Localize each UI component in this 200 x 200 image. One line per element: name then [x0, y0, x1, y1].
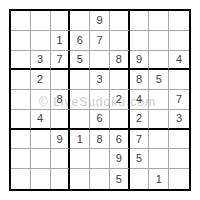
given-digit: 2	[37, 74, 43, 85]
cell-r7c5[interactable]: 8	[90, 130, 110, 150]
given-digit: 7	[176, 94, 182, 105]
cell-r9c8[interactable]: 1	[149, 169, 169, 189]
cell-r3c5[interactable]	[90, 51, 110, 71]
cell-r6c9[interactable]: 3	[169, 110, 189, 130]
cell-r4c1[interactable]	[11, 70, 31, 90]
given-digit: 7	[56, 54, 62, 65]
cell-r8c5[interactable]	[90, 149, 110, 169]
given-digit: 7	[136, 134, 142, 145]
given-digit: 9	[116, 153, 122, 164]
cell-r5c5[interactable]	[90, 90, 110, 110]
cell-r8c4[interactable]	[70, 149, 90, 169]
cell-r9c3[interactable]	[51, 169, 71, 189]
cell-r7c7[interactable]: 7	[130, 130, 150, 150]
cell-r5c9[interactable]: 7	[169, 90, 189, 110]
cell-r3c9[interactable]: 4	[169, 51, 189, 71]
cell-r9c1[interactable]	[11, 169, 31, 189]
cell-r1c4[interactable]	[70, 11, 90, 31]
cell-r1c6[interactable]	[110, 11, 130, 31]
sudoku-board: © LiveSudoku.com 91673758942385824746239…	[9, 9, 191, 191]
cell-r7c1[interactable]	[11, 130, 31, 150]
cell-r9c7[interactable]	[130, 169, 150, 189]
cell-r4c6[interactable]	[110, 70, 130, 90]
given-digit: 7	[96, 35, 102, 46]
cell-r9c5[interactable]	[90, 169, 110, 189]
cell-r5c1[interactable]	[11, 90, 31, 110]
cell-r1c3[interactable]	[51, 11, 71, 31]
cell-r7c2[interactable]	[31, 130, 51, 150]
cell-r4c8[interactable]: 5	[149, 70, 169, 90]
cell-r5c7[interactable]: 4	[130, 90, 150, 110]
given-digit: 8	[56, 94, 62, 105]
given-digit: 8	[116, 54, 122, 65]
cell-r7c9[interactable]	[169, 130, 189, 150]
cell-r5c4[interactable]	[70, 90, 90, 110]
cell-r7c8[interactable]	[149, 130, 169, 150]
given-digit: 5	[156, 74, 162, 85]
cell-r3c7[interactable]: 9	[130, 51, 150, 71]
cell-r4c9[interactable]	[169, 70, 189, 90]
cell-r4c7[interactable]: 8	[130, 70, 150, 90]
cell-r5c2[interactable]	[31, 90, 51, 110]
cell-r5c8[interactable]	[149, 90, 169, 110]
given-digit: 2	[136, 113, 142, 124]
given-digit: 5	[77, 54, 83, 65]
given-digit: 1	[77, 134, 83, 145]
given-digit: 9	[136, 54, 142, 65]
given-digit: 3	[176, 113, 182, 124]
given-digit: 3	[37, 54, 43, 65]
cell-r7c6[interactable]: 6	[110, 130, 130, 150]
given-digit: 9	[96, 15, 102, 26]
cell-r9c2[interactable]	[31, 169, 51, 189]
cell-r8c2[interactable]	[31, 149, 51, 169]
given-digit: 6	[77, 35, 83, 46]
cell-r8c8[interactable]	[149, 149, 169, 169]
given-digit: 6	[96, 113, 102, 124]
cell-r2c8[interactable]	[149, 31, 169, 51]
cell-r6c5[interactable]: 6	[90, 110, 110, 130]
given-digit: 9	[56, 134, 62, 145]
cell-r3c3[interactable]: 7	[51, 51, 71, 71]
cell-r1c2[interactable]	[31, 11, 51, 31]
given-digit: 1	[56, 35, 62, 46]
given-digit: 5	[116, 174, 122, 185]
given-digit: 8	[96, 134, 102, 145]
cell-r6c8[interactable]	[149, 110, 169, 130]
cell-r3c6[interactable]: 8	[110, 51, 130, 71]
cell-r1c9[interactable]	[169, 11, 189, 31]
given-digit: 1	[156, 174, 162, 185]
cell-r6c6[interactable]	[110, 110, 130, 130]
sudoku-grid: 9167375894238582474623918679551	[11, 11, 189, 189]
cell-r8c6[interactable]: 9	[110, 149, 130, 169]
cell-r9c9[interactable]	[169, 169, 189, 189]
cell-r6c3[interactable]	[51, 110, 71, 130]
cell-r3c8[interactable]	[149, 51, 169, 71]
given-digit: 4	[176, 54, 182, 65]
given-digit: 6	[116, 134, 122, 145]
cell-r8c9[interactable]	[169, 149, 189, 169]
cell-r6c1[interactable]	[11, 110, 31, 130]
given-digit: 2	[116, 94, 122, 105]
cell-r2c2[interactable]	[31, 31, 51, 51]
cell-r9c6[interactable]: 5	[110, 169, 130, 189]
cell-r4c2[interactable]: 2	[31, 70, 51, 90]
cell-r1c7[interactable]	[130, 11, 150, 31]
given-digit: 4	[136, 94, 142, 105]
cell-r3c2[interactable]: 3	[31, 51, 51, 71]
cell-r2c3[interactable]: 1	[51, 31, 71, 51]
cell-r2c7[interactable]	[130, 31, 150, 51]
cell-r8c1[interactable]	[11, 149, 31, 169]
cell-r2c4[interactable]: 6	[70, 31, 90, 51]
cell-r3c1[interactable]	[11, 51, 31, 71]
cell-r6c7[interactable]: 2	[130, 110, 150, 130]
given-digit: 5	[136, 153, 142, 164]
cell-r6c4[interactable]	[70, 110, 90, 130]
cell-r2c6[interactable]	[110, 31, 130, 51]
given-digit: 4	[37, 113, 43, 124]
cell-r5c6[interactable]: 2	[110, 90, 130, 110]
cell-r7c4[interactable]: 1	[70, 130, 90, 150]
given-digit: 8	[136, 74, 142, 85]
cell-r4c4[interactable]	[70, 70, 90, 90]
cell-r9c4[interactable]	[70, 169, 90, 189]
cell-r2c9[interactable]	[169, 31, 189, 51]
sudoku-puzzle-screenshot: © LiveSudoku.com 91673758942385824746239…	[0, 0, 200, 200]
cell-r2c5[interactable]: 7	[90, 31, 110, 51]
cell-r2c1[interactable]	[11, 31, 31, 51]
cell-r7c3[interactable]: 9	[51, 130, 71, 150]
given-digit: 3	[96, 74, 102, 85]
cell-r1c1[interactable]	[11, 11, 31, 31]
cell-r4c3[interactable]	[51, 70, 71, 90]
cell-r4c5[interactable]: 3	[90, 70, 110, 90]
cell-r1c5[interactable]: 9	[90, 11, 110, 31]
cell-r6c2[interactable]: 4	[31, 110, 51, 130]
cell-r5c3[interactable]: 8	[51, 90, 71, 110]
cell-r3c4[interactable]: 5	[70, 51, 90, 71]
cell-r8c3[interactable]	[51, 149, 71, 169]
cell-r1c8[interactable]	[149, 11, 169, 31]
cell-r8c7[interactable]: 5	[130, 149, 150, 169]
